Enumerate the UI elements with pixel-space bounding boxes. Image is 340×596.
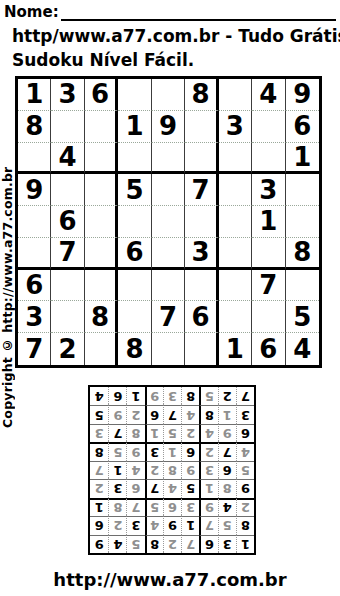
cell-r6c7[interactable] — [219, 238, 252, 270]
cell-r4c7[interactable] — [219, 174, 252, 206]
cell-r2c6[interactable] — [185, 111, 218, 143]
cell-r1c5[interactable] — [152, 79, 185, 111]
solution-cell-r4c6: 7 — [145, 479, 163, 497]
cell-r5c7[interactable] — [219, 206, 252, 238]
cell-r2c9: 6 — [286, 111, 319, 143]
difficulty-title-line: Sudoku Nível Fácil. — [12, 50, 194, 70]
solution-cell-r8c7: 2 — [126, 405, 144, 423]
solution-cell-r2c6: 4 — [145, 516, 163, 534]
cell-r9c2: 2 — [51, 333, 84, 365]
cell-r9c8: 6 — [252, 333, 285, 365]
cell-r9c4: 8 — [118, 333, 151, 365]
cell-r2c4: 1 — [118, 111, 151, 143]
solution-cell-r1c7: 5 — [126, 535, 144, 553]
solution-cell-r3c9: 1 — [90, 498, 108, 516]
cell-r3c9: 1 — [286, 143, 319, 175]
cell-r7c3[interactable] — [85, 270, 118, 302]
solution-cell-r2c2: 5 — [218, 516, 236, 534]
cell-r8c1: 3 — [18, 301, 51, 333]
cell-r2c3[interactable] — [85, 111, 118, 143]
name-row: Nome: — [4, 4, 336, 21]
cell-r6c2: 7 — [51, 238, 84, 270]
cell-r2c7: 3 — [219, 111, 252, 143]
solution-cell-r8c2: 1 — [218, 405, 236, 423]
solution-cell-r2c8: 2 — [108, 516, 126, 534]
solution-cell-r7c9: 3 — [90, 424, 108, 442]
cell-r7c4[interactable] — [118, 270, 151, 302]
solution-cell-r6c7: 9 — [126, 442, 144, 460]
solution-cell-r5c8: 1 — [108, 461, 126, 479]
cell-r2c2[interactable] — [51, 111, 84, 143]
cell-r3c6[interactable] — [185, 143, 218, 175]
cell-r8c3: 8 — [85, 301, 118, 333]
solution-cell-r4c8: 3 — [108, 479, 126, 497]
solution-cell-r5c6: 2 — [145, 461, 163, 479]
solution-cell-r6c9: 8 — [90, 442, 108, 460]
cell-r4c5[interactable] — [152, 174, 185, 206]
solution-cell-r3c2: 4 — [218, 498, 236, 516]
cell-r9c1: 7 — [18, 333, 51, 365]
cell-r5c3[interactable] — [85, 206, 118, 238]
cell-r4c8: 3 — [252, 174, 285, 206]
solution-cell-r8c9: 5 — [90, 405, 108, 423]
solution-cell-r1c5: 2 — [163, 535, 181, 553]
solution-cell-r9c3: 5 — [199, 387, 217, 405]
solution-cell-r5c3: 3 — [199, 461, 217, 479]
cell-r3c7[interactable] — [219, 143, 252, 175]
solution-cell-r2c7: 3 — [126, 516, 144, 534]
solution-cell-r7c4: 2 — [181, 424, 199, 442]
solution-cell-r4c4: 5 — [181, 479, 199, 497]
cell-r8c7[interactable] — [219, 301, 252, 333]
cell-r5c4[interactable] — [118, 206, 151, 238]
solution-cell-r5c1: 5 — [236, 461, 254, 479]
solution-cell-r6c2: 7 — [218, 442, 236, 460]
solution-cell-r4c2: 8 — [218, 479, 236, 497]
solution-cell-r5c2: 6 — [218, 461, 236, 479]
cell-r4c2[interactable] — [51, 174, 84, 206]
site-title-line: http/www.a77.com.br - Tudo Grátis. — [12, 26, 340, 46]
cell-r5c6[interactable] — [185, 206, 218, 238]
cell-r6c5[interactable] — [152, 238, 185, 270]
solution-cell-r8c6: 6 — [145, 405, 163, 423]
solution-cell-r4c1: 9 — [236, 479, 254, 497]
solution-cell-r8c5: 7 — [163, 405, 181, 423]
cell-r3c2: 4 — [51, 143, 84, 175]
cell-r1c7[interactable] — [219, 79, 252, 111]
cell-r3c3[interactable] — [85, 143, 118, 175]
solution-cell-r1c1: 1 — [236, 535, 254, 553]
solution-cell-r6c1: 4 — [236, 442, 254, 460]
cell-r4c6: 7 — [185, 174, 218, 206]
solution-cell-r5c5: 8 — [163, 461, 181, 479]
solution-cell-r7c7: 8 — [126, 424, 144, 442]
footer-url: http://www.a77.com.br — [0, 569, 340, 590]
solution-cell-r3c1: 2 — [236, 498, 254, 516]
solution-cell-r1c2: 3 — [218, 535, 236, 553]
cell-r8c6: 6 — [185, 301, 218, 333]
cell-r3c4[interactable] — [118, 143, 151, 175]
cell-r5c1[interactable] — [18, 206, 51, 238]
cell-r1c6: 8 — [185, 79, 218, 111]
cell-r5c5[interactable] — [152, 206, 185, 238]
cell-r6c9: 8 — [286, 238, 319, 270]
cell-r6c8[interactable] — [252, 238, 285, 270]
cell-r9c5[interactable] — [152, 333, 185, 365]
cell-r5c2: 6 — [51, 206, 84, 238]
solution-cell-r8c3: 8 — [199, 405, 217, 423]
cell-r1c8: 4 — [252, 79, 285, 111]
solution-cell-r6c4: 6 — [181, 442, 199, 460]
solution-cell-r1c8: 4 — [108, 535, 126, 553]
solution-cell-r1c3: 6 — [199, 535, 217, 553]
solution-cell-r9c8: 6 — [108, 387, 126, 405]
solution-cell-r9c7: 1 — [126, 387, 144, 405]
solution-cell-r6c8: 5 — [108, 442, 126, 460]
cell-r4c9[interactable] — [286, 174, 319, 206]
cell-r8c4[interactable] — [118, 301, 151, 333]
cell-r8c9: 5 — [286, 301, 319, 333]
cell-r8c5: 7 — [152, 301, 185, 333]
solution-cell-r6c5: 1 — [163, 442, 181, 460]
cell-r7c7[interactable] — [219, 270, 252, 302]
solution-cell-r8c8: 9 — [108, 405, 126, 423]
solution-cell-r6c3: 2 — [199, 442, 217, 460]
cell-r1c9: 9 — [286, 79, 319, 111]
solution-cell-r6c6: 3 — [145, 442, 163, 460]
cell-r7c9[interactable] — [286, 270, 319, 302]
cell-r1c2: 3 — [51, 79, 84, 111]
cell-r2c1: 8 — [18, 111, 51, 143]
cell-r4c3[interactable] — [85, 174, 118, 206]
solution-cell-r1c6: 8 — [145, 535, 163, 553]
solution-cell-r4c3: 1 — [199, 479, 217, 497]
cell-r2c5: 9 — [152, 111, 185, 143]
solution-board-rotated-180: 1367285498571943262493657819815476325639… — [88, 385, 256, 555]
cell-r4c1: 9 — [18, 174, 51, 206]
cell-r6c4: 6 — [118, 238, 151, 270]
cell-r3c1[interactable] — [18, 143, 51, 175]
solution-cell-r9c2: 2 — [218, 387, 236, 405]
cell-r8c2[interactable] — [51, 301, 84, 333]
solution-cell-r9c6: 9 — [145, 387, 163, 405]
solution-cell-r7c6: 1 — [145, 424, 163, 442]
solution-cell-r4c5: 4 — [163, 479, 181, 497]
cell-r9c6[interactable] — [185, 333, 218, 365]
cell-r9c9: 4 — [286, 333, 319, 365]
sudoku-board: 136849819364195736176386738765728164 — [15, 76, 322, 368]
cell-r7c2[interactable] — [51, 270, 84, 302]
cell-r7c1: 6 — [18, 270, 51, 302]
solution-cell-r2c1: 8 — [236, 516, 254, 534]
solution-cell-r8c1: 3 — [236, 405, 254, 423]
cell-r5c8: 1 — [252, 206, 285, 238]
solution-cell-r9c5: 3 — [163, 387, 181, 405]
solution-cell-r4c7: 6 — [126, 479, 144, 497]
solution-cell-r7c1: 6 — [236, 424, 254, 442]
solution-cell-r2c3: 7 — [199, 516, 217, 534]
cell-r4c4: 5 — [118, 174, 151, 206]
cell-r1c4[interactable] — [118, 79, 151, 111]
cell-r3c5[interactable] — [152, 143, 185, 175]
solution-cell-r3c7: 7 — [126, 498, 144, 516]
cell-r7c6[interactable] — [185, 270, 218, 302]
cell-r6c6: 3 — [185, 238, 218, 270]
solution-cell-r9c1: 7 — [236, 387, 254, 405]
solution-cell-r5c4: 9 — [181, 461, 199, 479]
cell-r9c3[interactable] — [85, 333, 118, 365]
solution-cell-r5c7: 4 — [126, 461, 144, 479]
solution-cell-r7c5: 5 — [163, 424, 181, 442]
cell-r7c5[interactable] — [152, 270, 185, 302]
solution-cell-r2c5: 9 — [163, 516, 181, 534]
solution-cell-r8c4: 4 — [181, 405, 199, 423]
cell-r1c3: 6 — [85, 79, 118, 111]
cell-r6c3[interactable] — [85, 238, 118, 270]
solution-cell-r7c2: 9 — [218, 424, 236, 442]
solution-cell-r2c4: 1 — [181, 516, 199, 534]
cell-r9c7: 1 — [219, 333, 252, 365]
cell-r1c1: 1 — [18, 79, 51, 111]
solution-cell-r9c9: 4 — [90, 387, 108, 405]
solution-cell-r1c9: 9 — [90, 535, 108, 553]
cell-r6c1[interactable] — [18, 238, 51, 270]
solution-cell-r7c8: 7 — [108, 424, 126, 442]
copyright-vertical-text: Copyright © http://www.a77.com.br — [0, 80, 15, 428]
solution-cell-r3c4: 3 — [181, 498, 199, 516]
cell-r5c9[interactable] — [286, 206, 319, 238]
solution-cell-r5c9: 7 — [90, 461, 108, 479]
cell-r8c8[interactable] — [252, 301, 285, 333]
solution-cell-r7c3: 4 — [199, 424, 217, 442]
solution-cell-r3c8: 8 — [108, 498, 126, 516]
solution-cell-r2c9: 6 — [90, 516, 108, 534]
name-label: Nome: — [4, 4, 59, 21]
name-fill-line — [61, 4, 336, 21]
cell-r2c8[interactable] — [252, 111, 285, 143]
cell-r3c8[interactable] — [252, 143, 285, 175]
solution-cell-r3c3: 9 — [199, 498, 217, 516]
solution-cell-r1c4: 7 — [181, 535, 199, 553]
solution-cell-r3c6: 5 — [145, 498, 163, 516]
solution-cell-r4c9: 2 — [90, 479, 108, 497]
solution-cell-r9c4: 8 — [181, 387, 199, 405]
solution-cell-r3c5: 6 — [163, 498, 181, 516]
cell-r7c8: 7 — [252, 270, 285, 302]
